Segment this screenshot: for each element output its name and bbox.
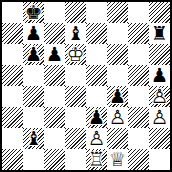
square-d8[interactable] xyxy=(65,2,86,23)
piece-black-bishop-icon: ♝ xyxy=(23,128,44,149)
piece-black-pawn-icon: ♟ xyxy=(23,44,44,65)
square-c7[interactable] xyxy=(44,23,65,44)
square-f5[interactable] xyxy=(107,65,128,86)
square-a2[interactable] xyxy=(2,128,23,149)
square-a5[interactable] xyxy=(2,65,23,86)
square-c1[interactable] xyxy=(44,149,65,170)
piece-white-pawn-icon: ♙ xyxy=(149,107,170,128)
square-c6[interactable]: ♟ xyxy=(44,44,65,65)
square-f8[interactable] xyxy=(107,2,128,23)
square-g5[interactable] xyxy=(128,65,149,86)
piece-white-pawn-icon: ♙ xyxy=(86,128,107,149)
square-e4[interactable] xyxy=(86,86,107,107)
piece-white-rook-fill: ♜ xyxy=(86,149,107,170)
piece-black-pawn-icon: ♟ xyxy=(86,107,107,128)
square-h8[interactable] xyxy=(149,2,170,23)
square-a3[interactable] xyxy=(2,107,23,128)
square-g8[interactable] xyxy=(128,2,149,23)
piece-white-rook-icon: ♖ xyxy=(86,149,107,170)
piece-white-king-fill: ♚ xyxy=(65,44,86,65)
square-d5[interactable] xyxy=(65,65,86,86)
square-a1[interactable] xyxy=(2,149,23,170)
piece-white-king-icon: ♔ xyxy=(65,44,86,65)
piece-white-pawn-fill: ♟ xyxy=(149,107,170,128)
piece-black-bishop-icon: ♝ xyxy=(65,23,86,44)
square-h5[interactable]: ♟ xyxy=(149,65,170,86)
square-c8[interactable] xyxy=(44,2,65,23)
square-e7[interactable] xyxy=(86,23,107,44)
square-c4[interactable] xyxy=(44,86,65,107)
square-d6[interactable]: ♚♔ xyxy=(65,44,86,65)
square-g6[interactable] xyxy=(128,44,149,65)
square-h7[interactable]: ♜ xyxy=(149,23,170,44)
square-g1[interactable] xyxy=(128,149,149,170)
piece-white-pawn-fill: ♟ xyxy=(107,107,128,128)
piece-black-pawn-icon: ♟ xyxy=(23,23,44,44)
square-b4[interactable] xyxy=(23,86,44,107)
square-f2[interactable] xyxy=(107,128,128,149)
square-c3[interactable] xyxy=(44,107,65,128)
square-a7[interactable] xyxy=(2,23,23,44)
square-c5[interactable] xyxy=(44,65,65,86)
square-f1[interactable]: ♛♕ xyxy=(107,149,128,170)
square-g4[interactable] xyxy=(128,86,149,107)
piece-black-rook-icon: ♜ xyxy=(149,23,170,44)
piece-black-king-icon: ♚ xyxy=(23,2,44,23)
square-g2[interactable] xyxy=(128,128,149,149)
square-f6[interactable] xyxy=(107,44,128,65)
square-b7[interactable]: ♟ xyxy=(23,23,44,44)
square-a4[interactable] xyxy=(2,86,23,107)
piece-white-queen-icon: ♕ xyxy=(107,149,128,170)
piece-white-pawn-fill: ♟ xyxy=(149,86,170,107)
square-b3[interactable] xyxy=(23,107,44,128)
square-e3[interactable]: ♟ xyxy=(86,107,107,128)
piece-black-pawn-icon: ♟ xyxy=(44,44,65,65)
piece-white-pawn-fill: ♟ xyxy=(86,128,107,149)
piece-white-pawn-icon: ♙ xyxy=(149,86,170,107)
square-b8[interactable]: ♚ xyxy=(23,2,44,23)
square-b2[interactable]: ♝ xyxy=(23,128,44,149)
square-b6[interactable]: ♟ xyxy=(23,44,44,65)
chess-board: ♚♟♝♜♟♟♚♔♟♟♟♙♟♟♙♟♙♝♟♙♜♖♛♕ xyxy=(2,2,170,170)
square-e1[interactable]: ♜♖ xyxy=(86,149,107,170)
square-d3[interactable] xyxy=(65,107,86,128)
chess-board-frame: ♚♟♝♜♟♟♚♔♟♟♟♙♟♟♙♟♙♝♟♙♜♖♛♕ xyxy=(0,0,172,172)
square-g3[interactable] xyxy=(128,107,149,128)
square-h2[interactable] xyxy=(149,128,170,149)
piece-white-pawn-icon: ♙ xyxy=(107,107,128,128)
square-f4[interactable]: ♟ xyxy=(107,86,128,107)
square-d4[interactable] xyxy=(65,86,86,107)
square-a8[interactable] xyxy=(2,2,23,23)
square-b5[interactable] xyxy=(23,65,44,86)
square-h4[interactable]: ♟♙ xyxy=(149,86,170,107)
square-d1[interactable] xyxy=(65,149,86,170)
square-f3[interactable]: ♟♙ xyxy=(107,107,128,128)
square-d2[interactable] xyxy=(65,128,86,149)
square-e6[interactable] xyxy=(86,44,107,65)
square-c2[interactable] xyxy=(44,128,65,149)
piece-black-pawn-icon: ♟ xyxy=(107,86,128,107)
square-e2[interactable]: ♟♙ xyxy=(86,128,107,149)
square-h1[interactable] xyxy=(149,149,170,170)
square-h6[interactable] xyxy=(149,44,170,65)
square-g7[interactable] xyxy=(128,23,149,44)
square-h3[interactable]: ♟♙ xyxy=(149,107,170,128)
piece-white-queen-fill: ♛ xyxy=(107,149,128,170)
square-e8[interactable] xyxy=(86,2,107,23)
square-a6[interactable] xyxy=(2,44,23,65)
piece-black-pawn-icon: ♟ xyxy=(149,65,170,86)
square-e5[interactable] xyxy=(86,65,107,86)
square-b1[interactable] xyxy=(23,149,44,170)
square-d7[interactable]: ♝ xyxy=(65,23,86,44)
square-f7[interactable] xyxy=(107,23,128,44)
